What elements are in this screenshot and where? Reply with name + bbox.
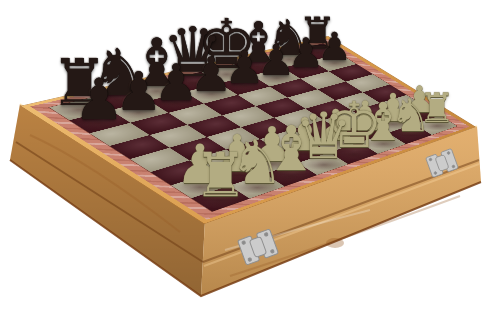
chess-set-photo: ♜♞♟♝♟♚♟♛♟♝♟♞♟♜♟♟♟♟♜♟♞♟♝♟♚♟♛♟♝♟♞♜: [0, 0, 500, 314]
